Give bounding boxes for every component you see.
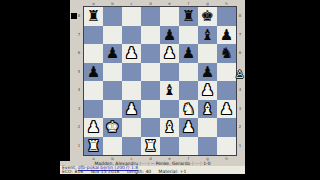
black-king-g8: ♚: [201, 7, 214, 26]
square-e2[interactable]: ♝: [160, 118, 179, 137]
square-d6[interactable]: [141, 44, 160, 63]
black-knight-h6: ♞: [220, 44, 233, 63]
rank-label-4: 4: [76, 81, 82, 100]
square-f8[interactable]: ♜: [179, 7, 198, 26]
rank-label-1: 1: [237, 137, 243, 156]
square-c2[interactable]: [122, 118, 141, 137]
square-d1[interactable]: ♜: [141, 137, 160, 156]
white-bishop-g3: ♝: [201, 100, 214, 119]
square-b2[interactable]: ♚: [103, 118, 122, 137]
black-rook-a8: ♜: [87, 7, 100, 26]
square-a7[interactable]: [84, 26, 103, 45]
rank-label-5: 5: [76, 63, 82, 82]
rank-label-7: 7: [237, 26, 243, 45]
white-pawn-a2: ♟: [87, 118, 100, 137]
rank-label-4: 4: [237, 81, 243, 100]
square-e3[interactable]: [160, 100, 179, 119]
square-h7[interactable]: ♟: [217, 26, 236, 45]
white-bishop-e2: ♝: [163, 118, 176, 137]
rank-label-2: 2: [76, 118, 82, 137]
square-e6[interactable]: ♟: [160, 44, 179, 63]
players-separator: --: [151, 161, 154, 166]
square-b6[interactable]: ♟: [103, 44, 122, 63]
square-d8[interactable]: [141, 7, 160, 26]
chess-board[interactable]: ♜♜♚♟♝♟♟♟♟♟♞♟♟♝♟♟♞♝♟♟♚♝♟♜♜: [83, 6, 237, 156]
square-f4[interactable]: [179, 81, 198, 100]
square-f5[interactable]: [179, 63, 198, 82]
white-pawn-c6: ♟: [125, 44, 138, 63]
square-d3[interactable]: [141, 100, 160, 119]
square-h4[interactable]: [217, 81, 236, 100]
rank-label-3: 3: [76, 100, 82, 119]
square-g5[interactable]: ♟: [198, 63, 217, 82]
square-b4[interactable]: [103, 81, 122, 100]
rank-label-2: 2: [237, 118, 243, 137]
square-d4[interactable]: [141, 81, 160, 100]
black-pawn-a5: ♟: [87, 63, 100, 82]
square-h6[interactable]: ♞: [217, 44, 236, 63]
white-player-elo: (----): [140, 161, 150, 166]
black-bishop-g7: ♝: [201, 26, 214, 45]
square-c8[interactable]: [122, 7, 141, 26]
square-c4[interactable]: [122, 81, 141, 100]
rank-label-8: 8: [237, 7, 243, 26]
square-f1[interactable]: [179, 137, 198, 156]
white-pawn-c3: ♟: [125, 100, 138, 119]
rank-label-1: 1: [76, 137, 82, 156]
square-b7[interactable]: [103, 26, 122, 45]
square-b3[interactable]: [103, 100, 122, 119]
white-pawn-e6: ♟: [163, 44, 176, 63]
white-pawn-g4: ♟: [201, 81, 214, 100]
square-h2[interactable]: [217, 118, 236, 137]
material-advantage-pawn-icon: ♙: [234, 68, 246, 82]
square-c6[interactable]: ♟: [122, 44, 141, 63]
square-c7[interactable]: [122, 26, 141, 45]
square-f7[interactable]: [179, 26, 198, 45]
square-f3[interactable]: ♞: [179, 100, 198, 119]
rank-label-7: 7: [76, 26, 82, 45]
square-h1[interactable]: [217, 137, 236, 156]
game-length: Length: 40: [127, 169, 151, 174]
square-h3[interactable]: ♟: [217, 100, 236, 119]
square-d2[interactable]: [141, 118, 160, 137]
square-a8[interactable]: ♜: [84, 7, 103, 26]
board-frame: abcdefgh 87654321 ♜♜♚♟♝♟♟♟♟♟♞♟♟♝♟♟♞♝♟♟♚♝…: [70, 0, 245, 161]
white-rook-d1: ♜: [144, 137, 157, 156]
square-d5[interactable]: [141, 63, 160, 82]
game-info-bar: Madden, Alexandru (----) -- Penke, Gerar…: [60, 161, 245, 174]
white-pawn-h3: ♟: [220, 100, 233, 119]
square-f6[interactable]: ♟: [179, 44, 198, 63]
material-count: Material: +1: [159, 169, 187, 174]
side-to-move-indicator: [71, 13, 77, 19]
square-a5[interactable]: ♟: [84, 63, 103, 82]
white-knight-f3: ♞: [182, 100, 195, 119]
square-g2[interactable]: [198, 118, 217, 137]
square-g3[interactable]: ♝: [198, 100, 217, 119]
rank-label-3: 3: [237, 100, 243, 119]
square-g1[interactable]: [198, 137, 217, 156]
square-d7[interactable]: [141, 26, 160, 45]
square-b8[interactable]: [103, 7, 122, 26]
details-line: ECO: B16 Nov 15 2018 Length: 40 Material…: [60, 170, 245, 174]
square-g7[interactable]: ♝: [198, 26, 217, 45]
black-pawn-h7: ♟: [220, 26, 233, 45]
square-g8[interactable]: ♚: [198, 7, 217, 26]
square-e7[interactable]: ♟: [160, 26, 179, 45]
square-c1[interactable]: [122, 137, 141, 156]
square-a2[interactable]: ♟: [84, 118, 103, 137]
black-pawn-f6: ♟: [182, 44, 195, 63]
square-e4[interactable]: ♝: [160, 81, 179, 100]
rank-label-6: 6: [76, 44, 82, 63]
white-king-b2: ♚: [106, 118, 119, 137]
square-g6[interactable]: [198, 44, 217, 63]
square-e5[interactable]: [160, 63, 179, 82]
square-a1[interactable]: ♜: [84, 137, 103, 156]
game-date: Nov 15 2018: [91, 169, 120, 174]
square-e1[interactable]: [160, 137, 179, 156]
square-h8[interactable]: [217, 7, 236, 26]
white-rook-a1: ♜: [87, 137, 100, 156]
square-c3[interactable]: ♟: [122, 100, 141, 119]
black-player-name: Penke, Gerardo: [156, 161, 191, 166]
square-g4[interactable]: ♟: [198, 81, 217, 100]
eco-code: ECO: B16: [62, 169, 83, 174]
black-bishop-e4: ♝: [163, 81, 176, 100]
square-a3[interactable]: [84, 100, 103, 119]
white-pawn-f2: ♟: [182, 118, 195, 137]
square-f2[interactable]: ♟: [179, 118, 198, 137]
square-a4[interactable]: [84, 81, 103, 100]
square-b1[interactable]: [103, 137, 122, 156]
square-e8[interactable]: [160, 7, 179, 26]
square-a6[interactable]: [84, 44, 103, 63]
black-player-elo: (----): [192, 161, 202, 166]
game-result: 1-0: [203, 161, 210, 166]
black-pawn-g5: ♟: [201, 63, 214, 82]
rank-labels-left: 87654321: [76, 7, 82, 155]
video-frame: abcdefgh 87654321 ♜♜♚♟♝♟♟♟♟♟♞♟♟♝♟♟♞♝♟♟♚♝…: [0, 0, 320, 180]
black-rook-f8: ♜: [182, 7, 195, 26]
black-pawn-e7: ♟: [163, 26, 176, 45]
square-b5[interactable]: [103, 63, 122, 82]
square-c5[interactable]: [122, 63, 141, 82]
black-pawn-b6: ♟: [106, 44, 119, 63]
rank-label-6: 6: [237, 44, 243, 63]
